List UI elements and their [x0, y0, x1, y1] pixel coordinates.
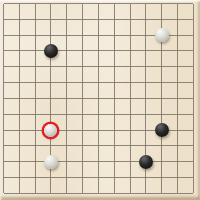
intersection[interactable]: [106, 59, 122, 75]
intersection[interactable]: [59, 122, 75, 138]
intersection[interactable]: [186, 75, 200, 91]
intersection[interactable]: [122, 170, 138, 186]
intersection[interactable]: [75, 11, 91, 27]
black-stone: [139, 155, 153, 169]
intersection[interactable]: [170, 122, 186, 138]
intersection[interactable]: [106, 170, 122, 186]
intersection[interactable]: [11, 170, 27, 186]
intersection[interactable]: [122, 43, 138, 59]
intersection[interactable]: [106, 122, 122, 138]
intersection[interactable]: [0, 186, 11, 200]
intersection[interactable]: [186, 122, 200, 138]
intersection[interactable]: [11, 138, 27, 154]
intersection[interactable]: [106, 27, 122, 43]
intersection[interactable]: [186, 11, 200, 27]
intersection[interactable]: [138, 170, 154, 186]
intersection[interactable]: [170, 186, 186, 200]
intersection[interactable]: [122, 154, 138, 170]
intersection[interactable]: [154, 91, 170, 107]
intersection[interactable]: [0, 138, 11, 154]
intersection[interactable]: [59, 27, 75, 43]
intersection[interactable]: [11, 75, 27, 91]
intersection[interactable]: [27, 138, 43, 154]
intersection[interactable]: [186, 91, 200, 107]
intersection[interactable]: [91, 0, 107, 11]
intersection[interactable]: [0, 75, 11, 91]
intersection[interactable]: [27, 0, 43, 11]
intersection[interactable]: [43, 186, 59, 200]
white-stone-last-move-marker: [44, 124, 57, 137]
intersection[interactable]: [75, 91, 91, 107]
intersection[interactable]: [43, 27, 59, 43]
intersection[interactable]: [27, 170, 43, 186]
intersection[interactable]: [75, 59, 91, 75]
intersection[interactable]: [138, 91, 154, 107]
intersection[interactable]: [138, 27, 154, 43]
intersection[interactable]: [170, 75, 186, 91]
go-board[interactable]: [0, 0, 200, 200]
intersection[interactable]: [0, 91, 11, 107]
intersection[interactable]: [43, 59, 59, 75]
intersection[interactable]: [186, 0, 200, 11]
intersection[interactable]: [122, 75, 138, 91]
intersection[interactable]: [11, 186, 27, 200]
intersection[interactable]: [27, 122, 43, 138]
intersection[interactable]: [59, 43, 75, 59]
intersection[interactable]: [186, 43, 200, 59]
intersection[interactable]: [59, 106, 75, 122]
intersection[interactable]: [138, 138, 154, 154]
intersection[interactable]: [186, 154, 200, 170]
intersection[interactable]: [43, 106, 59, 122]
intersection[interactable]: [122, 138, 138, 154]
intersection[interactable]: [0, 154, 11, 170]
intersection[interactable]: [27, 75, 43, 91]
intersection[interactable]: [0, 59, 11, 75]
intersection[interactable]: [59, 59, 75, 75]
intersection[interactable]: [154, 138, 170, 154]
intersection[interactable]: [0, 27, 11, 43]
intersection[interactable]: [11, 0, 27, 11]
intersection[interactable]: [122, 0, 138, 11]
intersection[interactable]: [91, 43, 107, 59]
intersection[interactable]: [170, 138, 186, 154]
intersection[interactable]: [91, 186, 107, 200]
intersection[interactable]: [91, 27, 107, 43]
intersection[interactable]: [186, 186, 200, 200]
intersection[interactable]: [122, 106, 138, 122]
intersection[interactable]: [11, 27, 27, 43]
go-app-view: [0, 0, 200, 200]
intersection[interactable]: [106, 106, 122, 122]
intersection[interactable]: [11, 106, 27, 122]
intersection[interactable]: [154, 11, 170, 27]
intersection[interactable]: [27, 154, 43, 170]
intersection[interactable]: [75, 138, 91, 154]
intersection[interactable]: [75, 122, 91, 138]
intersection[interactable]: [75, 186, 91, 200]
intersection[interactable]: [11, 11, 27, 27]
intersection[interactable]: [106, 11, 122, 27]
intersection[interactable]: [154, 0, 170, 11]
intersection[interactable]: [75, 27, 91, 43]
intersection[interactable]: [138, 0, 154, 11]
intersection[interactable]: [91, 122, 107, 138]
intersection[interactable]: [27, 59, 43, 75]
intersection[interactable]: [91, 138, 107, 154]
intersection[interactable]: [0, 0, 11, 11]
intersection[interactable]: [91, 154, 107, 170]
intersection[interactable]: [186, 170, 200, 186]
intersection[interactable]: [138, 75, 154, 91]
intersection[interactable]: [122, 27, 138, 43]
intersection[interactable]: [75, 0, 91, 11]
intersection[interactable]: [154, 27, 170, 43]
intersection[interactable]: [170, 43, 186, 59]
intersection[interactable]: [59, 75, 75, 91]
intersection[interactable]: [75, 154, 91, 170]
intersection[interactable]: [122, 186, 138, 200]
intersection[interactable]: [170, 91, 186, 107]
intersection[interactable]: [106, 75, 122, 91]
intersection[interactable]: [27, 43, 43, 59]
intersection[interactable]: [138, 59, 154, 75]
intersection[interactable]: [106, 0, 122, 11]
intersection[interactable]: [122, 11, 138, 27]
intersection[interactable]: [106, 43, 122, 59]
intersection[interactable]: [11, 43, 27, 59]
intersection[interactable]: [75, 43, 91, 59]
intersection[interactable]: [0, 122, 11, 138]
intersection[interactable]: [170, 170, 186, 186]
intersection[interactable]: [59, 170, 75, 186]
intersection-grid: [0, 0, 200, 200]
intersection[interactable]: [43, 0, 59, 11]
intersection[interactable]: [106, 91, 122, 107]
intersection[interactable]: [11, 122, 27, 138]
black-stone: [44, 44, 58, 58]
black-stone: [155, 123, 169, 137]
intersection[interactable]: [138, 43, 154, 59]
intersection[interactable]: [43, 11, 59, 27]
intersection[interactable]: [59, 0, 75, 11]
intersection[interactable]: [91, 75, 107, 91]
intersection[interactable]: [122, 91, 138, 107]
intersection[interactable]: [170, 27, 186, 43]
intersection[interactable]: [59, 138, 75, 154]
intersection[interactable]: [186, 27, 200, 43]
intersection[interactable]: [59, 91, 75, 107]
intersection[interactable]: [27, 11, 43, 27]
intersection[interactable]: [11, 59, 27, 75]
intersection[interactable]: [138, 186, 154, 200]
intersection[interactable]: [154, 59, 170, 75]
intersection[interactable]: [11, 91, 27, 107]
intersection[interactable]: [186, 106, 200, 122]
intersection[interactable]: [27, 91, 43, 107]
intersection[interactable]: [27, 106, 43, 122]
intersection[interactable]: [170, 59, 186, 75]
intersection[interactable]: [154, 43, 170, 59]
intersection[interactable]: [91, 59, 107, 75]
intersection[interactable]: [138, 154, 154, 170]
intersection[interactable]: [91, 11, 107, 27]
intersection[interactable]: [0, 43, 11, 59]
intersection[interactable]: [186, 59, 200, 75]
intersection[interactable]: [75, 170, 91, 186]
intersection[interactable]: [170, 0, 186, 11]
intersection[interactable]: [27, 186, 43, 200]
intersection[interactable]: [138, 11, 154, 27]
intersection[interactable]: [11, 154, 27, 170]
intersection[interactable]: [154, 154, 170, 170]
intersection[interactable]: [43, 75, 59, 91]
intersection[interactable]: [154, 75, 170, 91]
intersection[interactable]: [59, 154, 75, 170]
intersection[interactable]: [138, 106, 154, 122]
intersection[interactable]: [170, 154, 186, 170]
intersection[interactable]: [122, 122, 138, 138]
intersection[interactable]: [154, 186, 170, 200]
intersection[interactable]: [59, 11, 75, 27]
intersection[interactable]: [43, 170, 59, 186]
intersection[interactable]: [0, 170, 11, 186]
intersection[interactable]: [122, 59, 138, 75]
intersection[interactable]: [154, 106, 170, 122]
intersection[interactable]: [91, 106, 107, 122]
intersection[interactable]: [59, 186, 75, 200]
intersection[interactable]: [27, 27, 43, 43]
white-stone: [155, 28, 169, 42]
intersection[interactable]: [43, 138, 59, 154]
intersection[interactable]: [154, 122, 170, 138]
intersection[interactable]: [43, 154, 59, 170]
intersection[interactable]: [75, 106, 91, 122]
intersection[interactable]: [106, 154, 122, 170]
white-stone: [44, 155, 58, 169]
intersection[interactable]: [186, 138, 200, 154]
intersection[interactable]: [91, 170, 107, 186]
intersection[interactable]: [43, 122, 59, 138]
intersection[interactable]: [0, 11, 11, 27]
intersection[interactable]: [43, 91, 59, 107]
intersection[interactable]: [91, 91, 107, 107]
intersection[interactable]: [106, 186, 122, 200]
intersection[interactable]: [0, 106, 11, 122]
intersection[interactable]: [106, 138, 122, 154]
intersection[interactable]: [170, 11, 186, 27]
intersection[interactable]: [154, 170, 170, 186]
intersection[interactable]: [75, 75, 91, 91]
intersection[interactable]: [43, 43, 59, 59]
intersection[interactable]: [170, 106, 186, 122]
intersection[interactable]: [138, 122, 154, 138]
